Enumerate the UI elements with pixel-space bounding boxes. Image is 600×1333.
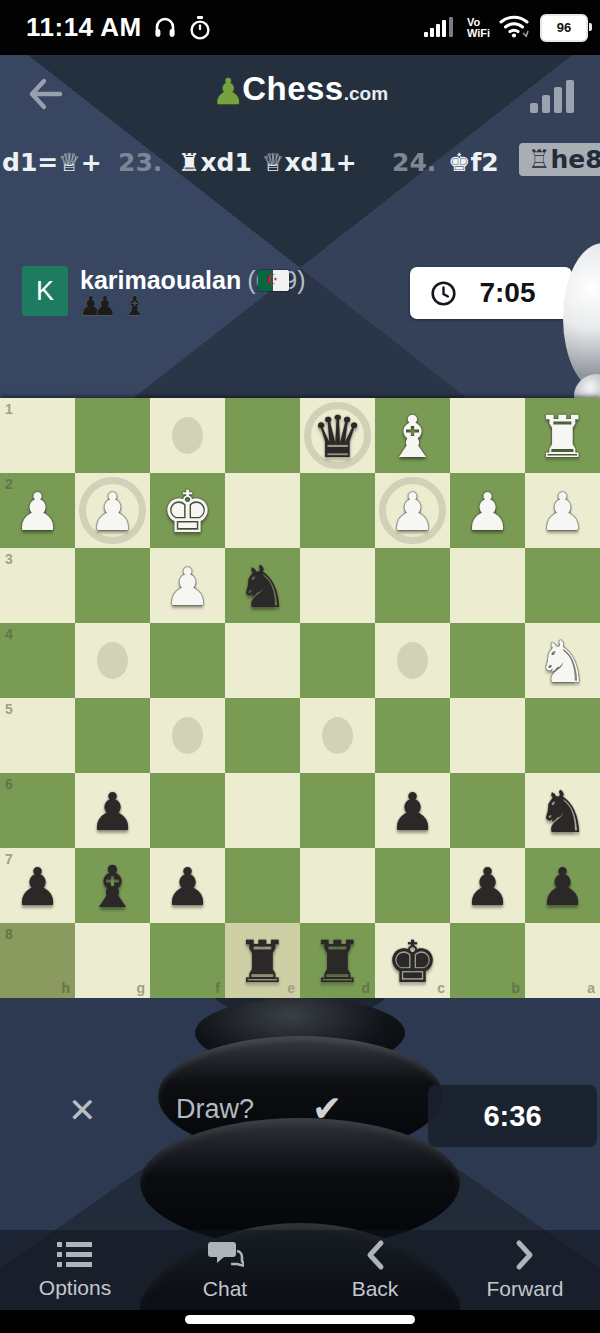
move-hint-dot[interactable] (172, 717, 203, 754)
square-c6[interactable]: ♟ (375, 773, 450, 848)
piece-bR-d8[interactable]: ♜ (300, 923, 375, 998)
draw-decline-button[interactable]: ✕ (68, 1090, 97, 1130)
square-h2[interactable]: 2♟ (0, 473, 75, 548)
piece-wK-f2[interactable]: ♚ (150, 473, 225, 548)
home-indicator[interactable] (185, 1315, 415, 1324)
square-d1[interactable]: ♛ (300, 398, 375, 473)
piece-wN-a4[interactable]: ♞ (525, 623, 600, 698)
square-e4[interactable] (225, 623, 300, 698)
headset-icon (152, 15, 178, 41)
vowifi-indicator: VoWiFi (467, 17, 490, 39)
cell-signal-icon (424, 14, 458, 42)
piece-wP-a2[interactable]: ♟ (525, 473, 600, 548)
square-g3[interactable] (75, 548, 150, 623)
square-c1[interactable]: ♝ (375, 398, 450, 473)
square-g7[interactable]: ♝ (75, 848, 150, 923)
stats-bars-icon[interactable] (530, 80, 574, 113)
file-label: g (136, 980, 145, 996)
chevron-right-icon (514, 1239, 536, 1271)
move-list-bar[interactable]: d1=♕+23.♜xd1♕xd1+24.♚f2♖he8 (0, 142, 600, 186)
move-item[interactable]: ♕xd1+ (262, 148, 357, 177)
nav-item-forward[interactable]: Forward (450, 1230, 600, 1310)
square-a6[interactable]: ♞ (525, 773, 600, 848)
draw-accept-button[interactable]: ✔ (312, 1088, 342, 1129)
square-c2[interactable]: ♟ (375, 473, 450, 548)
square-d2[interactable] (300, 473, 375, 548)
file-label: f (215, 980, 220, 996)
square-a2[interactable]: ♟ (525, 473, 600, 548)
nav-item-back[interactable]: Back (300, 1230, 450, 1310)
square-b7[interactable]: ♟ (450, 848, 525, 923)
square-a7[interactable]: ♟ (525, 848, 600, 923)
logo-pawn-icon: ♟ (212, 71, 244, 112)
rank-label: 1 (5, 401, 13, 417)
file-label: h (61, 980, 70, 996)
square-h4[interactable]: 4 (0, 623, 75, 698)
logo-text: Chess (242, 70, 344, 107)
square-c3[interactable] (375, 548, 450, 623)
square-h5[interactable]: 5 (0, 698, 75, 773)
piece-bB-g7[interactable]: ♝ (75, 848, 150, 923)
square-g4[interactable] (75, 623, 150, 698)
square-h6[interactable]: 6 (0, 773, 75, 848)
square-a1[interactable]: ♜ (525, 398, 600, 473)
square-g5[interactable] (75, 698, 150, 773)
status-time: 11:14 AM (26, 12, 142, 43)
piece-wP-h2[interactable]: ♟ (0, 473, 75, 548)
square-f6[interactable] (150, 773, 225, 848)
square-h3[interactable]: 3 (0, 548, 75, 623)
clock-icon (430, 280, 457, 307)
captured-pieces: ♟♟♝ (79, 291, 146, 321)
square-d6[interactable] (300, 773, 375, 848)
wifi-icon (499, 13, 531, 43)
square-e2[interactable] (225, 473, 300, 548)
nav-item-label: Chat (203, 1277, 247, 1301)
piece-wP-f3[interactable]: ♟ (150, 548, 225, 623)
rank-label: 8 (5, 926, 13, 942)
player-clock-time: 6:36 (483, 1100, 541, 1133)
player-clock: 6:36 (428, 1085, 597, 1147)
file-label: a (587, 980, 595, 996)
square-c7[interactable] (375, 848, 450, 923)
square-b4[interactable] (450, 623, 525, 698)
rank-label: 6 (5, 776, 13, 792)
square-a3[interactable] (525, 548, 600, 623)
square-d3[interactable] (300, 548, 375, 623)
square-f5[interactable] (150, 698, 225, 773)
current-move-chip[interactable]: ♖he8 (519, 143, 600, 176)
move-item[interactable]: ♜xd1 (178, 148, 252, 177)
square-f4[interactable] (150, 623, 225, 698)
square-h7[interactable]: 7♟ (0, 848, 75, 923)
logo-suffix: .com (344, 83, 388, 104)
piece-wR-a1[interactable]: ♜ (525, 398, 600, 473)
move-item[interactable]: d1=♕+ (2, 148, 102, 177)
square-d4[interactable] (300, 623, 375, 698)
opponent-clock: 7:05 (410, 267, 572, 319)
battery-indicator: 96 (540, 14, 588, 42)
player-avatar[interactable]: K (22, 266, 68, 316)
opponent-clock-time: 7:05 (457, 277, 558, 309)
square-b5[interactable] (450, 698, 525, 773)
square-h8[interactable]: 8h (0, 923, 75, 998)
square-a5[interactable] (525, 698, 600, 773)
square-f3[interactable]: ♟ (150, 548, 225, 623)
square-a8[interactable]: a (525, 923, 600, 998)
move-item[interactable]: ♚f2 (448, 148, 499, 177)
move-number: 24. (392, 148, 436, 177)
square-e3[interactable]: ♞ (225, 548, 300, 623)
square-h1[interactable]: 1 (0, 398, 75, 473)
square-a4[interactable]: ♞ (525, 623, 600, 698)
piece-bP-h7[interactable]: ♟ (0, 848, 75, 923)
square-d5[interactable] (300, 698, 375, 773)
piece-bP-c6[interactable]: ♟ (375, 773, 450, 848)
square-f1[interactable] (150, 398, 225, 473)
square-e7[interactable] (225, 848, 300, 923)
chess-app-screen: 11:14 AM VoWiFi (0, 0, 600, 1333)
square-b1[interactable] (450, 398, 525, 473)
check-icon: ✔ (312, 1088, 342, 1129)
square-b2[interactable]: ♟ (450, 473, 525, 548)
square-e8[interactable]: e♜ (225, 923, 300, 998)
rank-label: 3 (5, 551, 13, 567)
piece-wP-c2[interactable]: ♟ (375, 473, 450, 548)
square-b3[interactable] (450, 548, 525, 623)
rank-label: 4 (5, 626, 13, 642)
square-g8[interactable]: g (75, 923, 150, 998)
nav-item-chat[interactable]: Chat (150, 1230, 300, 1310)
square-f7[interactable]: ♟ (150, 848, 225, 923)
piece-bP-a7[interactable]: ♟ (525, 848, 600, 923)
options-list-icon (56, 1240, 94, 1270)
move-number: 23. (118, 148, 162, 177)
player-name: karimaoualan (80, 266, 241, 294)
status-bar: 11:14 AM VoWiFi (0, 0, 600, 55)
nav-item-label: Back (352, 1277, 399, 1301)
piece-bP-f7[interactable]: ♟ (150, 848, 225, 923)
square-b8[interactable]: b (450, 923, 525, 998)
file-label: b (511, 980, 520, 996)
nav-item-options[interactable]: Options (0, 1230, 150, 1310)
chesscom-logo: ♟Chess.com (0, 70, 600, 112)
close-icon: ✕ (68, 1090, 97, 1130)
square-g1[interactable] (75, 398, 150, 473)
piece-wP-g2[interactable]: ♟ (75, 473, 150, 548)
stopwatch-icon (188, 15, 212, 41)
piece-bQ-d1[interactable]: ♛ (300, 398, 375, 473)
piece-bN-e3[interactable]: ♞ (225, 548, 300, 623)
square-c4[interactable] (375, 623, 450, 698)
piece-bN-a6[interactable]: ♞ (525, 773, 600, 848)
move-hint-dot[interactable] (322, 717, 353, 754)
square-g2[interactable]: ♟ (75, 473, 150, 548)
flag-emblem: ☪ (266, 271, 279, 287)
piece-bP-b7[interactable]: ♟ (450, 848, 525, 923)
draw-offer-label: Draw? (160, 1094, 270, 1125)
avatar-letter: K (36, 276, 54, 307)
square-e6[interactable] (225, 773, 300, 848)
square-d8[interactable]: d♜ (300, 923, 375, 998)
piece-bR-e8[interactable]: ♜ (225, 923, 300, 998)
move-hint-dot[interactable] (397, 642, 428, 679)
square-e5[interactable] (225, 698, 300, 773)
move-hint-dot[interactable] (172, 417, 203, 454)
square-b6[interactable] (450, 773, 525, 848)
bottom-nav-bar: OptionsChatBackForward (0, 1230, 600, 1310)
square-f8[interactable]: f (150, 923, 225, 998)
chess-board[interactable]: 1♛♝♜2♟♟♚♟♟♟3♟♞4♞56♟♟♞7♟♝♟♟♟8hgfe♜d♜c♚ba (0, 398, 600, 998)
captured-piece-icon: ♟ (93, 291, 116, 321)
nav-item-label: Forward (486, 1277, 563, 1301)
algeria-flag-icon: ☪ (258, 270, 289, 291)
square-c5[interactable] (375, 698, 450, 773)
captured-piece-icon: ♝ (123, 291, 146, 321)
piece-bP-g6[interactable]: ♟ (75, 773, 150, 848)
chevron-left-icon (364, 1239, 386, 1271)
piece-wP-b2[interactable]: ♟ (450, 473, 525, 548)
nav-item-label: Options (39, 1276, 111, 1300)
square-f2[interactable]: ♚ (150, 473, 225, 548)
square-g6[interactable]: ♟ (75, 773, 150, 848)
move-hint-dot[interactable] (97, 642, 128, 679)
rank-label: 5 (5, 701, 13, 717)
square-d7[interactable] (300, 848, 375, 923)
square-e1[interactable] (225, 398, 300, 473)
square-c8[interactable]: c♚ (375, 923, 450, 998)
piece-wB-c1[interactable]: ♝ (375, 398, 450, 473)
chat-bubbles-icon (206, 1239, 244, 1271)
piece-bK-c8[interactable]: ♚ (375, 923, 450, 998)
